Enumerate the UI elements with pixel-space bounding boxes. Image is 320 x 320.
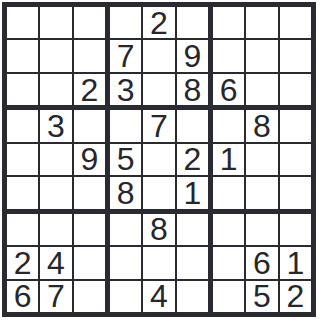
cell-r4c2[interactable]: 3 [40, 110, 71, 141]
cell-r3c2[interactable] [40, 74, 71, 105]
cell-r2c6[interactable]: 9 [177, 40, 208, 71]
cell-r5c8[interactable] [246, 144, 277, 175]
cell-r8c4[interactable] [110, 247, 141, 278]
cell-r7c4[interactable] [110, 214, 141, 245]
cell-r7c2[interactable] [40, 214, 71, 245]
cell-r8c3[interactable] [74, 247, 105, 278]
cell-r9c1[interactable]: 6 [7, 281, 38, 312]
cell-r2c8[interactable] [246, 40, 277, 71]
cell-r9c4[interactable] [110, 281, 141, 312]
cell-r4c5[interactable]: 7 [143, 110, 174, 141]
cell-r9c7[interactable] [213, 281, 244, 312]
cell-r3c7[interactable]: 6 [213, 74, 244, 105]
cell-r2c9[interactable] [280, 40, 311, 71]
cell-r8c8[interactable]: 6 [246, 247, 277, 278]
cell-r7c1[interactable] [7, 214, 38, 245]
cell-r6c1[interactable] [7, 177, 38, 208]
cell-r4c1[interactable] [7, 110, 38, 141]
cell-r2c7[interactable] [213, 40, 244, 71]
cell-r2c2[interactable] [40, 40, 71, 71]
cell-r1c5[interactable]: 2 [143, 7, 174, 38]
cell-r4c4[interactable] [110, 110, 141, 141]
box-4: 39 [7, 110, 105, 208]
cell-r3c9[interactable] [280, 74, 311, 105]
cell-r4c7[interactable] [213, 110, 244, 141]
cell-r1c3[interactable] [74, 7, 105, 38]
box-1: 2 [7, 7, 105, 105]
cell-r3c8[interactable] [246, 74, 277, 105]
cell-r1c9[interactable] [280, 7, 311, 38]
cell-r6c7[interactable] [213, 177, 244, 208]
cell-r3c5[interactable] [143, 74, 174, 105]
cell-r2c5[interactable] [143, 40, 174, 71]
cell-r9c8[interactable]: 5 [246, 281, 277, 312]
cell-r2c3[interactable] [74, 40, 105, 71]
cell-r7c6[interactable] [177, 214, 208, 245]
cell-r6c5[interactable] [143, 177, 174, 208]
cell-r9c3[interactable] [74, 281, 105, 312]
cell-r1c2[interactable] [40, 7, 71, 38]
cell-r4c3[interactable] [74, 110, 105, 141]
cell-r2c4[interactable]: 7 [110, 40, 141, 71]
cell-r5c2[interactable] [40, 144, 71, 175]
box-7: 2467 [7, 214, 105, 312]
cell-r6c4[interactable]: 8 [110, 177, 141, 208]
cell-r5c5[interactable] [143, 144, 174, 175]
cell-r7c7[interactable] [213, 214, 244, 245]
cell-r5c4[interactable]: 5 [110, 144, 141, 175]
cell-r3c1[interactable] [7, 74, 38, 105]
sudoku-board: 22793863975281812467846152 [2, 2, 316, 317]
cell-r3c6[interactable]: 8 [177, 74, 208, 105]
page: 22793863975281812467846152 [0, 0, 320, 320]
cell-r9c5[interactable]: 4 [143, 281, 174, 312]
cell-r2c1[interactable] [7, 40, 38, 71]
cell-r4c9[interactable] [280, 110, 311, 141]
box-5: 75281 [110, 110, 208, 208]
cell-r9c9[interactable]: 2 [280, 281, 311, 312]
cell-r7c9[interactable] [280, 214, 311, 245]
cell-r6c6[interactable]: 1 [177, 177, 208, 208]
cell-r8c9[interactable]: 1 [280, 247, 311, 278]
cell-r7c3[interactable] [74, 214, 105, 245]
cell-r8c5[interactable] [143, 247, 174, 278]
cell-r5c7[interactable]: 1 [213, 144, 244, 175]
cell-r3c4[interactable]: 3 [110, 74, 141, 105]
cell-r7c8[interactable] [246, 214, 277, 245]
cell-r8c1[interactable]: 2 [7, 247, 38, 278]
cell-r8c6[interactable] [177, 247, 208, 278]
box-8: 84 [110, 214, 208, 312]
cell-r1c6[interactable] [177, 7, 208, 38]
cell-r7c5[interactable]: 8 [143, 214, 174, 245]
cell-r1c4[interactable] [110, 7, 141, 38]
cell-r6c3[interactable] [74, 177, 105, 208]
box-3: 6 [213, 7, 311, 105]
cell-r4c8[interactable]: 8 [246, 110, 277, 141]
cell-r1c8[interactable] [246, 7, 277, 38]
cell-r3c3[interactable]: 2 [74, 74, 105, 105]
cell-r9c2[interactable]: 7 [40, 281, 71, 312]
cell-r5c6[interactable]: 2 [177, 144, 208, 175]
cell-r1c7[interactable] [213, 7, 244, 38]
box-9: 6152 [213, 214, 311, 312]
cell-r6c8[interactable] [246, 177, 277, 208]
box-6: 81 [213, 110, 311, 208]
cell-r1c1[interactable] [7, 7, 38, 38]
cell-r5c9[interactable] [280, 144, 311, 175]
cell-r9c6[interactable] [177, 281, 208, 312]
cell-r4c6[interactable] [177, 110, 208, 141]
cell-r6c9[interactable] [280, 177, 311, 208]
box-2: 27938 [110, 7, 208, 105]
cell-r5c3[interactable]: 9 [74, 144, 105, 175]
cell-r8c2[interactable]: 4 [40, 247, 71, 278]
cell-r8c7[interactable] [213, 247, 244, 278]
cell-r5c1[interactable] [7, 144, 38, 175]
cell-r6c2[interactable] [40, 177, 71, 208]
